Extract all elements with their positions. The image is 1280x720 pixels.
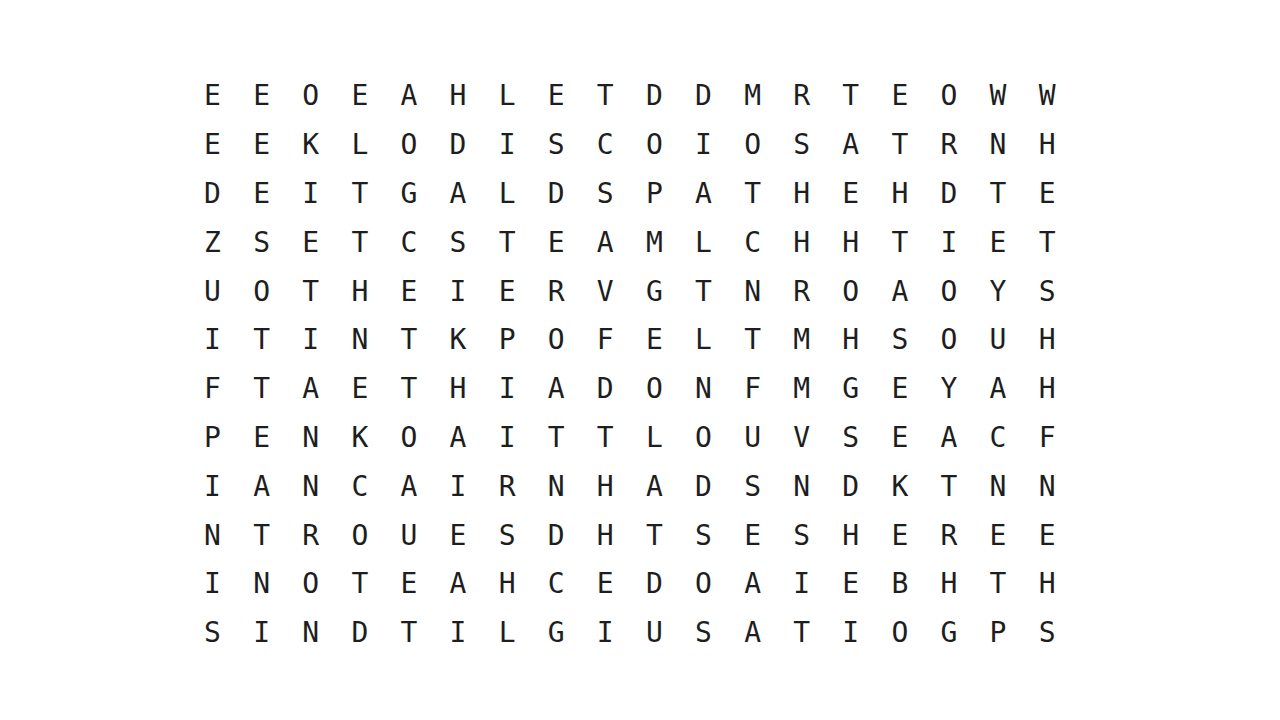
grid-cell-r8c9[interactable]: T <box>581 414 630 463</box>
grid-cell-r1c18[interactable]: W <box>1023 72 1072 121</box>
grid-cell-r6c17[interactable]: U <box>974 316 1023 365</box>
grid-cell-r2c13[interactable]: S <box>777 121 826 170</box>
grid-cell-r6c18[interactable]: H <box>1023 316 1072 365</box>
grid-cell-r11c6[interactable]: A <box>433 560 482 609</box>
grid-cell-r4c17[interactable]: E <box>974 218 1023 267</box>
grid-cell-r2c4[interactable]: L <box>335 121 384 170</box>
grid-cell-r2c14[interactable]: A <box>826 121 875 170</box>
grid-cell-r3c9[interactable]: S <box>581 170 630 219</box>
grid-cell-r9c5[interactable]: A <box>384 462 433 511</box>
grid-cell-r1c2[interactable]: E <box>237 72 286 121</box>
grid-cell-r6c4[interactable]: N <box>335 316 384 365</box>
grid-cell-r1c3[interactable]: O <box>286 72 335 121</box>
grid-cell-r12c15[interactable]: O <box>875 609 924 658</box>
grid-cell-r1c1[interactable]: E <box>188 72 237 121</box>
grid-cell-r3c7[interactable]: L <box>483 170 532 219</box>
grid-cell-r11c8[interactable]: C <box>532 560 581 609</box>
grid-cell-r8c10[interactable]: L <box>630 414 679 463</box>
word-search-page: EEOEAHLETDDMRTEOWWEEKLODISCOIOSATRNHDEIT… <box>0 0 1280 720</box>
grid-cell-r4c8[interactable]: E <box>532 218 581 267</box>
grid-cell-r12c4[interactable]: D <box>335 609 384 658</box>
grid-cell-r1c10[interactable]: D <box>630 72 679 121</box>
grid-cell-r2c5[interactable]: O <box>384 121 433 170</box>
grid-cell-r8c5[interactable]: O <box>384 414 433 463</box>
grid-cell-r11c4[interactable]: T <box>335 560 384 609</box>
grid-cell-r9c16[interactable]: T <box>924 462 973 511</box>
grid-cell-r2c6[interactable]: D <box>433 121 482 170</box>
grid-cell-r7c4[interactable]: E <box>335 365 384 414</box>
grid-cell-r7c1[interactable]: F <box>188 365 237 414</box>
grid-cell-r12c7[interactable]: L <box>483 609 532 658</box>
grid-cell-r6c8[interactable]: O <box>532 316 581 365</box>
grid-cell-r2c8[interactable]: S <box>532 121 581 170</box>
grid-cell-r11c10[interactable]: D <box>630 560 679 609</box>
grid-cell-r12c11[interactable]: S <box>679 609 728 658</box>
grid-cell-r1c17[interactable]: W <box>974 72 1023 121</box>
grid-cell-r5c10[interactable]: G <box>630 267 679 316</box>
grid-cell-r4c16[interactable]: I <box>924 218 973 267</box>
grid-cell-r10c6[interactable]: E <box>433 511 482 560</box>
grid-cell-r5c11[interactable]: T <box>679 267 728 316</box>
grid-cell-r6c14[interactable]: H <box>826 316 875 365</box>
grid-cell-r3c10[interactable]: P <box>630 170 679 219</box>
grid-cell-r5c5[interactable]: E <box>384 267 433 316</box>
grid-cell-r1c7[interactable]: L <box>483 72 532 121</box>
grid-cell-r7c15[interactable]: E <box>875 365 924 414</box>
grid-cell-r5c14[interactable]: O <box>826 267 875 316</box>
grid-cell-r3c3[interactable]: I <box>286 170 335 219</box>
grid-cell-r3c17[interactable]: T <box>974 170 1023 219</box>
grid-cell-r10c17[interactable]: E <box>974 511 1023 560</box>
grid-cell-r10c3[interactable]: R <box>286 511 335 560</box>
grid-cell-r3c13[interactable]: H <box>777 170 826 219</box>
grid-cell-r1c15[interactable]: E <box>875 72 924 121</box>
grid-cell-r7c8[interactable]: A <box>532 365 581 414</box>
grid-cell-r5c2[interactable]: O <box>237 267 286 316</box>
grid-cell-r12c18[interactable]: S <box>1023 609 1072 658</box>
grid-cell-r7c12[interactable]: F <box>728 365 777 414</box>
grid-cell-r4c11[interactable]: L <box>679 218 728 267</box>
grid-cell-r8c13[interactable]: V <box>777 414 826 463</box>
grid-cell-r4c12[interactable]: C <box>728 218 777 267</box>
grid-cell-r10c5[interactable]: U <box>384 511 433 560</box>
grid-cell-r9c8[interactable]: N <box>532 462 581 511</box>
grid-cell-r2c3[interactable]: K <box>286 121 335 170</box>
grid-cell-r11c17[interactable]: T <box>974 560 1023 609</box>
grid-cell-r9c11[interactable]: D <box>679 462 728 511</box>
grid-cell-r9c4[interactable]: C <box>335 462 384 511</box>
grid-cell-r12c14[interactable]: I <box>826 609 875 658</box>
grid-cell-r3c6[interactable]: A <box>433 170 482 219</box>
grid-cell-r4c5[interactable]: C <box>384 218 433 267</box>
grid-cell-r5c9[interactable]: V <box>581 267 630 316</box>
grid-cell-r12c17[interactable]: P <box>974 609 1023 658</box>
grid-cell-r6c3[interactable]: I <box>286 316 335 365</box>
grid-cell-r5c1[interactable]: U <box>188 267 237 316</box>
grid-cell-r5c7[interactable]: E <box>483 267 532 316</box>
grid-cell-r6c16[interactable]: O <box>924 316 973 365</box>
grid-cell-r10c13[interactable]: S <box>777 511 826 560</box>
grid-cell-r2c10[interactable]: O <box>630 121 679 170</box>
grid-cell-r2c2[interactable]: E <box>237 121 286 170</box>
grid-cell-r4c7[interactable]: T <box>483 218 532 267</box>
grid-cell-r4c9[interactable]: A <box>581 218 630 267</box>
grid-cell-r12c1[interactable]: S <box>188 609 237 658</box>
grid-cell-r1c16[interactable]: O <box>924 72 973 121</box>
grid-cell-r11c7[interactable]: H <box>483 560 532 609</box>
grid-cell-r10c18[interactable]: E <box>1023 511 1072 560</box>
grid-cell-r6c13[interactable]: M <box>777 316 826 365</box>
grid-cell-r6c7[interactable]: P <box>483 316 532 365</box>
grid-cell-r12c9[interactable]: I <box>581 609 630 658</box>
grid-cell-r10c7[interactable]: S <box>483 511 532 560</box>
grid-cell-r11c14[interactable]: E <box>826 560 875 609</box>
grid-cell-r5c13[interactable]: R <box>777 267 826 316</box>
grid-cell-r12c3[interactable]: N <box>286 609 335 658</box>
grid-cell-r10c10[interactable]: T <box>630 511 679 560</box>
grid-cell-r5c16[interactable]: O <box>924 267 973 316</box>
grid-cell-r1c13[interactable]: R <box>777 72 826 121</box>
grid-cell-r11c3[interactable]: O <box>286 560 335 609</box>
grid-cell-r11c12[interactable]: A <box>728 560 777 609</box>
grid-cell-r6c1[interactable]: I <box>188 316 237 365</box>
grid-cell-r12c8[interactable]: G <box>532 609 581 658</box>
grid-cell-r12c12[interactable]: A <box>728 609 777 658</box>
grid-cell-r7c7[interactable]: I <box>483 365 532 414</box>
grid-cell-r9c3[interactable]: N <box>286 462 335 511</box>
grid-cell-r10c15[interactable]: E <box>875 511 924 560</box>
grid-cell-r7c14[interactable]: G <box>826 365 875 414</box>
grid-cell-r1c11[interactable]: D <box>679 72 728 121</box>
grid-cell-r10c4[interactable]: O <box>335 511 384 560</box>
grid-cell-r4c10[interactable]: M <box>630 218 679 267</box>
grid-cell-r11c15[interactable]: B <box>875 560 924 609</box>
grid-cell-r5c8[interactable]: R <box>532 267 581 316</box>
grid-cell-r11c13[interactable]: I <box>777 560 826 609</box>
grid-cell-r4c1[interactable]: Z <box>188 218 237 267</box>
grid-cell-r7c16[interactable]: Y <box>924 365 973 414</box>
grid-cell-r12c16[interactable]: G <box>924 609 973 658</box>
grid-cell-r11c11[interactable]: O <box>679 560 728 609</box>
grid-cell-r9c17[interactable]: N <box>974 462 1023 511</box>
grid-cell-r8c11[interactable]: O <box>679 414 728 463</box>
grid-cell-r1c8[interactable]: E <box>532 72 581 121</box>
grid-cell-r10c1[interactable]: N <box>188 511 237 560</box>
grid-cell-r9c12[interactable]: S <box>728 462 777 511</box>
grid-cell-r1c14[interactable]: T <box>826 72 875 121</box>
grid-cell-r2c16[interactable]: R <box>924 121 973 170</box>
grid-cell-r10c14[interactable]: H <box>826 511 875 560</box>
grid-cell-r6c11[interactable]: L <box>679 316 728 365</box>
grid-cell-r9c1[interactable]: I <box>188 462 237 511</box>
grid-cell-r5c6[interactable]: I <box>433 267 482 316</box>
grid-cell-r2c11[interactable]: I <box>679 121 728 170</box>
grid-cell-r10c16[interactable]: R <box>924 511 973 560</box>
grid-cell-r11c9[interactable]: E <box>581 560 630 609</box>
grid-cell-r9c15[interactable]: K <box>875 462 924 511</box>
grid-cell-r8c4[interactable]: K <box>335 414 384 463</box>
grid-cell-r1c6[interactable]: H <box>433 72 482 121</box>
grid-cell-r4c6[interactable]: S <box>433 218 482 267</box>
grid-cell-r2c12[interactable]: O <box>728 121 777 170</box>
grid-cell-r5c4[interactable]: H <box>335 267 384 316</box>
grid-cell-r2c15[interactable]: T <box>875 121 924 170</box>
grid-cell-r4c3[interactable]: E <box>286 218 335 267</box>
grid-cell-r7c5[interactable]: T <box>384 365 433 414</box>
grid-cell-r8c2[interactable]: E <box>237 414 286 463</box>
grid-cell-r5c15[interactable]: A <box>875 267 924 316</box>
grid-cell-r7c17[interactable]: A <box>974 365 1023 414</box>
grid-cell-r7c18[interactable]: H <box>1023 365 1072 414</box>
grid-cell-r9c2[interactable]: A <box>237 462 286 511</box>
grid-cell-r6c2[interactable]: T <box>237 316 286 365</box>
grid-cell-r7c6[interactable]: H <box>433 365 482 414</box>
grid-cell-r12c10[interactable]: U <box>630 609 679 658</box>
grid-cell-r3c1[interactable]: D <box>188 170 237 219</box>
grid-cell-r9c18[interactable]: N <box>1023 462 1072 511</box>
grid-cell-r4c13[interactable]: H <box>777 218 826 267</box>
grid-cell-r6c5[interactable]: T <box>384 316 433 365</box>
grid-cell-r10c12[interactable]: E <box>728 511 777 560</box>
grid-cell-r9c9[interactable]: H <box>581 462 630 511</box>
grid-cell-r8c14[interactable]: S <box>826 414 875 463</box>
grid-cell-r11c18[interactable]: H <box>1023 560 1072 609</box>
grid-cell-r9c10[interactable]: A <box>630 462 679 511</box>
grid-cell-r11c5[interactable]: E <box>384 560 433 609</box>
grid-cell-r1c9[interactable]: T <box>581 72 630 121</box>
grid-cell-r3c14[interactable]: E <box>826 170 875 219</box>
grid-cell-r6c6[interactable]: K <box>433 316 482 365</box>
word-search-grid: EEOEAHLETDDMRTEOWWEEKLODISCOIOSATRNHDEIT… <box>188 72 1072 658</box>
grid-cell-r12c13[interactable]: T <box>777 609 826 658</box>
grid-cell-r5c12[interactable]: N <box>728 267 777 316</box>
grid-cell-r7c9[interactable]: D <box>581 365 630 414</box>
grid-cell-r5c18[interactable]: S <box>1023 267 1072 316</box>
grid-cell-r9c13[interactable]: N <box>777 462 826 511</box>
grid-cell-r8c6[interactable]: A <box>433 414 482 463</box>
grid-cell-r7c10[interactable]: O <box>630 365 679 414</box>
grid-cell-r10c9[interactable]: H <box>581 511 630 560</box>
grid-cell-r12c2[interactable]: I <box>237 609 286 658</box>
grid-cell-r10c8[interactable]: D <box>532 511 581 560</box>
grid-cell-r6c9[interactable]: F <box>581 316 630 365</box>
grid-cell-r11c1[interactable]: I <box>188 560 237 609</box>
grid-cell-r8c18[interactable]: F <box>1023 414 1072 463</box>
grid-cell-r1c4[interactable]: E <box>335 72 384 121</box>
grid-cell-r1c5[interactable]: A <box>384 72 433 121</box>
grid-cell-r2c7[interactable]: I <box>483 121 532 170</box>
grid-cell-r5c17[interactable]: Y <box>974 267 1023 316</box>
grid-cell-r2c17[interactable]: N <box>974 121 1023 170</box>
grid-cell-r2c9[interactable]: C <box>581 121 630 170</box>
grid-cell-r8c12[interactable]: U <box>728 414 777 463</box>
grid-cell-r3c11[interactable]: A <box>679 170 728 219</box>
grid-cell-r1c12[interactable]: M <box>728 72 777 121</box>
grid-cell-r7c11[interactable]: N <box>679 365 728 414</box>
grid-cell-r7c2[interactable]: T <box>237 365 286 414</box>
grid-cell-r6c10[interactable]: E <box>630 316 679 365</box>
grid-cell-r3c4[interactable]: T <box>335 170 384 219</box>
grid-cell-r3c18[interactable]: E <box>1023 170 1072 219</box>
grid-cell-r3c15[interactable]: H <box>875 170 924 219</box>
grid-cell-r3c5[interactable]: G <box>384 170 433 219</box>
grid-cell-r8c16[interactable]: A <box>924 414 973 463</box>
grid-cell-r8c17[interactable]: C <box>974 414 1023 463</box>
grid-cell-r10c2[interactable]: T <box>237 511 286 560</box>
grid-cell-r3c12[interactable]: T <box>728 170 777 219</box>
grid-cell-r4c4[interactable]: T <box>335 218 384 267</box>
grid-cell-r6c12[interactable]: T <box>728 316 777 365</box>
grid-cell-r3c8[interactable]: D <box>532 170 581 219</box>
grid-cell-r9c6[interactable]: I <box>433 462 482 511</box>
grid-cell-r6c15[interactable]: S <box>875 316 924 365</box>
grid-cell-r12c6[interactable]: I <box>433 609 482 658</box>
grid-cell-r2c18[interactable]: H <box>1023 121 1072 170</box>
grid-cell-r8c7[interactable]: I <box>483 414 532 463</box>
grid-cell-r4c15[interactable]: T <box>875 218 924 267</box>
grid-cell-r9c14[interactable]: D <box>826 462 875 511</box>
grid-cell-r11c2[interactable]: N <box>237 560 286 609</box>
grid-cell-r4c2[interactable]: S <box>237 218 286 267</box>
grid-cell-r4c14[interactable]: H <box>826 218 875 267</box>
grid-cell-r10c11[interactable]: S <box>679 511 728 560</box>
grid-cell-r8c8[interactable]: T <box>532 414 581 463</box>
grid-cell-r8c3[interactable]: N <box>286 414 335 463</box>
grid-cell-r12c5[interactable]: T <box>384 609 433 658</box>
grid-cell-r8c15[interactable]: E <box>875 414 924 463</box>
grid-cell-r9c7[interactable]: R <box>483 462 532 511</box>
grid-cell-r3c16[interactable]: D <box>924 170 973 219</box>
grid-cell-r8c1[interactable]: P <box>188 414 237 463</box>
grid-cell-r7c3[interactable]: A <box>286 365 335 414</box>
grid-cell-r2c1[interactable]: E <box>188 121 237 170</box>
grid-cell-r11c16[interactable]: H <box>924 560 973 609</box>
grid-cell-r3c2[interactable]: E <box>237 170 286 219</box>
grid-cell-r5c3[interactable]: T <box>286 267 335 316</box>
grid-cell-r4c18[interactable]: T <box>1023 218 1072 267</box>
grid-cell-r7c13[interactable]: M <box>777 365 826 414</box>
